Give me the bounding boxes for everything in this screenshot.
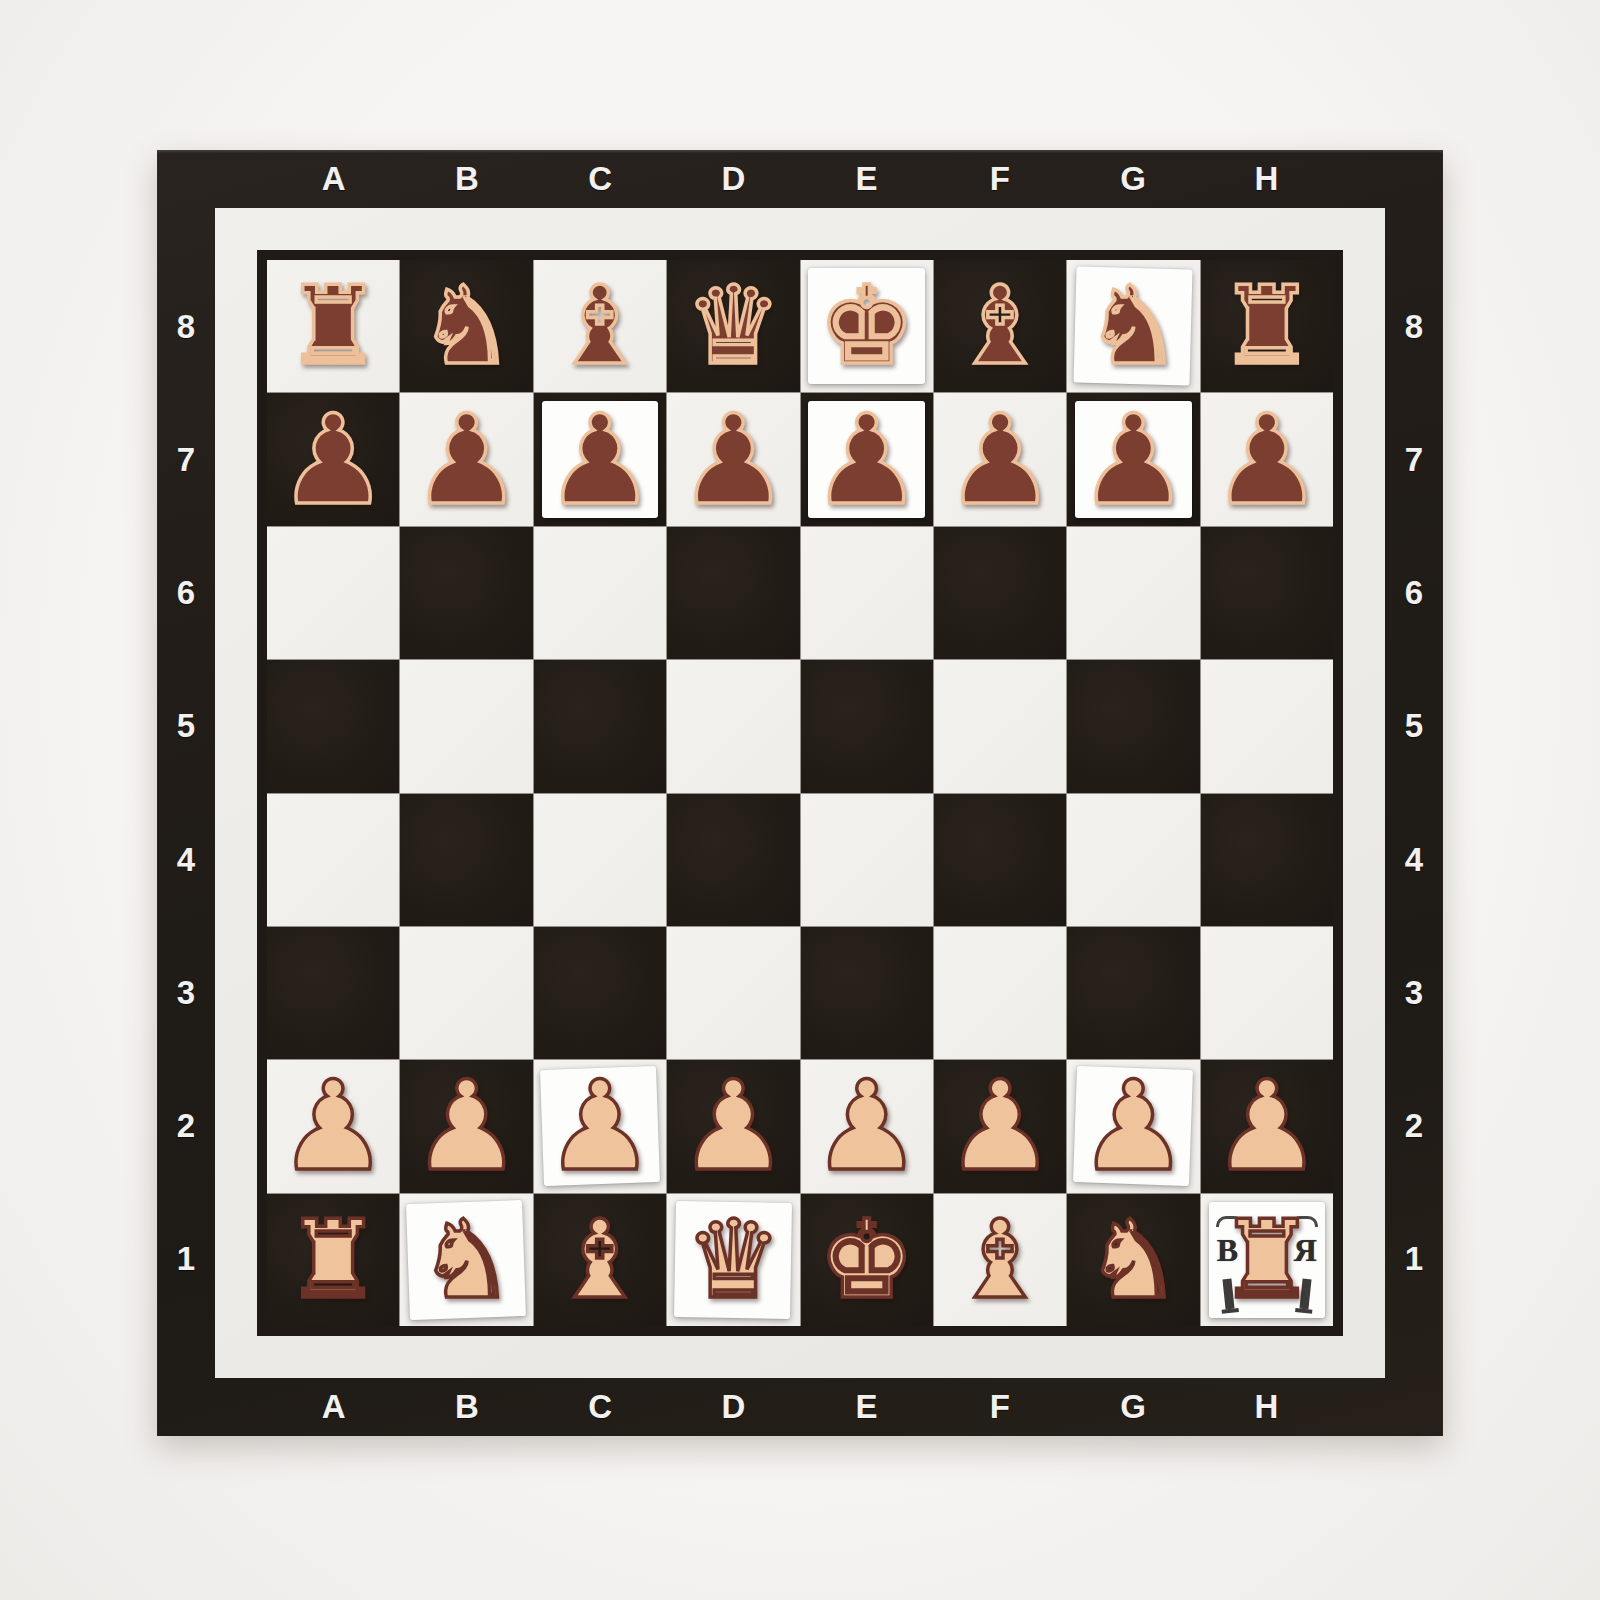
rank-labels-right: 87654321 [1385,260,1443,1326]
square-b8[interactable]: ♞ [400,260,532,392]
square-e7[interactable]: ♟ [801,393,933,525]
dark-pawn-h7[interactable]: ♟ [1211,398,1322,522]
rank-label-left-4: 4 [157,793,215,926]
light-knight-g1[interactable]: ♞ [1085,1206,1182,1314]
file-label-bottom-a: A [267,1378,400,1436]
square-e5[interactable] [801,660,933,792]
dark-pawn-a7[interactable]: ♟ [278,398,389,522]
square-h4[interactable] [1201,794,1333,926]
dark-queen-d8[interactable]: ♛ [685,272,782,380]
light-rook-a1[interactable]: ♜ [285,1206,382,1314]
dark-pawn-g7[interactable]: ♟ [1078,398,1189,522]
file-label-bottom-e: E [800,1378,933,1436]
square-d7[interactable]: ♟ [667,393,799,525]
file-labels-top: ABCDEFGH [267,150,1333,208]
square-e4[interactable] [801,794,933,926]
light-pawn-a2[interactable]: ♟ [278,1064,389,1188]
dark-pawn-f7[interactable]: ♟ [944,398,1055,522]
file-label-top-h: H [1200,150,1333,208]
square-g1[interactable]: ♞ [1067,1194,1199,1326]
dark-bishop-f8[interactable]: ♝ [952,272,1049,380]
square-d4[interactable] [667,794,799,926]
light-bishop-c1[interactable]: ♝ [552,1206,649,1314]
square-d8[interactable]: ♛ [667,260,799,392]
square-g7[interactable]: ♟ [1067,393,1199,525]
file-label-bottom-g: G [1067,1378,1200,1436]
rank-label-right-7: 7 [1385,393,1443,526]
rank-label-right-4: 4 [1385,793,1443,926]
square-b5[interactable] [400,660,532,792]
file-label-bottom-h: H [1200,1378,1333,1436]
light-pawn-c2[interactable]: ♟ [544,1064,655,1188]
square-f5[interactable] [934,660,1066,792]
square-f3[interactable] [934,927,1066,1059]
rank-label-right-3: 3 [1385,926,1443,1059]
square-d5[interactable] [667,660,799,792]
square-h7[interactable]: ♟ [1201,393,1333,525]
square-a6[interactable] [267,527,399,659]
rank-label-left-3: 3 [157,926,215,1059]
square-b7[interactable]: ♟ [400,393,532,525]
rank-labels-left: 87654321 [157,260,215,1326]
file-label-bottom-c: C [534,1378,667,1436]
square-f8[interactable]: ♝ [934,260,1066,392]
light-rook-h1[interactable]: ♜ [1218,1206,1315,1314]
square-a8[interactable]: ♜ [267,260,399,392]
square-d2[interactable]: ♟ [667,1060,799,1192]
square-g5[interactable] [1067,660,1199,792]
light-pawn-g2[interactable]: ♟ [1078,1064,1189,1188]
dark-knight-b8[interactable]: ♞ [418,272,515,380]
file-label-bottom-f: F [933,1378,1066,1436]
file-label-top-b: B [400,150,533,208]
square-g4[interactable] [1067,794,1199,926]
rank-label-right-2: 2 [1385,1060,1443,1193]
dark-rook-h8[interactable]: ♜ [1218,272,1315,380]
chess-board: ABCDEFGH ABCDEFGH 87654321 87654321 ♜♞♝♛… [157,150,1443,1436]
square-e8[interactable]: ♚ [801,260,933,392]
square-f1[interactable]: ♝ [934,1194,1066,1326]
square-h2[interactable]: ♟ [1201,1060,1333,1192]
rank-label-left-2: 2 [157,1060,215,1193]
square-b3[interactable] [400,927,532,1059]
square-f2[interactable]: ♟ [934,1060,1066,1192]
rank-label-left-5: 5 [157,660,215,793]
square-g3[interactable] [1067,927,1199,1059]
square-a2[interactable]: ♟ [267,1060,399,1192]
rank-label-right-6: 6 [1385,527,1443,660]
light-pawn-d2[interactable]: ♟ [678,1064,789,1188]
square-d1[interactable]: ♛ [667,1194,799,1326]
light-pawn-f2[interactable]: ♟ [944,1064,1055,1188]
square-f4[interactable] [934,794,1066,926]
dark-pawn-e7[interactable]: ♟ [811,398,922,522]
square-a4[interactable] [267,794,399,926]
square-h3[interactable] [1201,927,1333,1059]
square-e2[interactable]: ♟ [801,1060,933,1192]
file-label-top-g: G [1067,150,1200,208]
square-a5[interactable] [267,660,399,792]
dark-rook-a8[interactable]: ♜ [285,272,382,380]
rank-label-left-7: 7 [157,393,215,526]
square-a7[interactable]: ♟ [267,393,399,525]
light-knight-b1[interactable]: ♞ [418,1206,515,1314]
square-d6[interactable] [667,527,799,659]
file-label-top-e: E [800,150,933,208]
dark-king-e8[interactable]: ♚ [818,272,915,380]
light-king-e1[interactable]: ♚ [818,1206,915,1314]
square-g8[interactable]: ♞ [1067,260,1199,392]
square-c1[interactable]: ♝ [534,1194,666,1326]
square-c4[interactable] [534,794,666,926]
dark-bishop-c8[interactable]: ♝ [552,272,649,380]
board-grid: ♜♞♝♛♚♝♞♜♟♟♟♟♟♟♟♟♟♟♟♟♟♟♟♟♜♞♝♛♚♝♞ВЯ♜ [267,260,1333,1326]
square-h6[interactable] [1201,527,1333,659]
rank-label-right-8: 8 [1385,260,1443,393]
dark-knight-g8[interactable]: ♞ [1085,272,1182,380]
square-c6[interactable] [534,527,666,659]
light-bishop-f1[interactable]: ♝ [952,1206,1049,1314]
square-a1[interactable]: ♜ [267,1194,399,1326]
light-pawn-e2[interactable]: ♟ [811,1064,922,1188]
dark-pawn-d7[interactable]: ♟ [678,398,789,522]
file-label-top-a: A [267,150,400,208]
file-labels-bottom: ABCDEFGH [267,1378,1333,1436]
square-c3[interactable] [534,927,666,1059]
file-label-top-c: C [534,150,667,208]
light-queen-d1[interactable]: ♛ [685,1206,782,1314]
rank-label-left-8: 8 [157,260,215,393]
square-d3[interactable] [667,927,799,1059]
square-b1[interactable]: ♞ [400,1194,532,1326]
light-pawn-h2[interactable]: ♟ [1211,1064,1322,1188]
file-label-top-d: D [667,150,800,208]
file-label-bottom-b: B [400,1378,533,1436]
square-e1[interactable]: ♚ [801,1194,933,1326]
square-a3[interactable] [267,927,399,1059]
square-c5[interactable] [534,660,666,792]
square-b2[interactable]: ♟ [400,1060,532,1192]
rank-label-right-1: 1 [1385,1193,1443,1326]
square-h1[interactable]: ВЯ♜ [1201,1194,1333,1326]
square-f7[interactable]: ♟ [934,393,1066,525]
rank-label-left-1: 1 [157,1193,215,1326]
rank-label-right-5: 5 [1385,660,1443,793]
square-h8[interactable]: ♜ [1201,260,1333,392]
square-b4[interactable] [400,794,532,926]
square-c7[interactable]: ♟ [534,393,666,525]
file-label-bottom-d: D [667,1378,800,1436]
square-c2[interactable]: ♟ [534,1060,666,1192]
dark-pawn-b7[interactable]: ♟ [411,398,522,522]
square-g2[interactable]: ♟ [1067,1060,1199,1192]
square-e3[interactable] [801,927,933,1059]
square-h5[interactable] [1201,660,1333,792]
square-g6[interactable] [1067,527,1199,659]
square-c8[interactable]: ♝ [534,260,666,392]
square-e6[interactable] [801,527,933,659]
square-f6[interactable] [934,527,1066,659]
rank-label-left-6: 6 [157,527,215,660]
light-pawn-b2[interactable]: ♟ [411,1064,522,1188]
file-label-top-f: F [933,150,1066,208]
square-b6[interactable] [400,527,532,659]
dark-pawn-c7[interactable]: ♟ [544,398,655,522]
